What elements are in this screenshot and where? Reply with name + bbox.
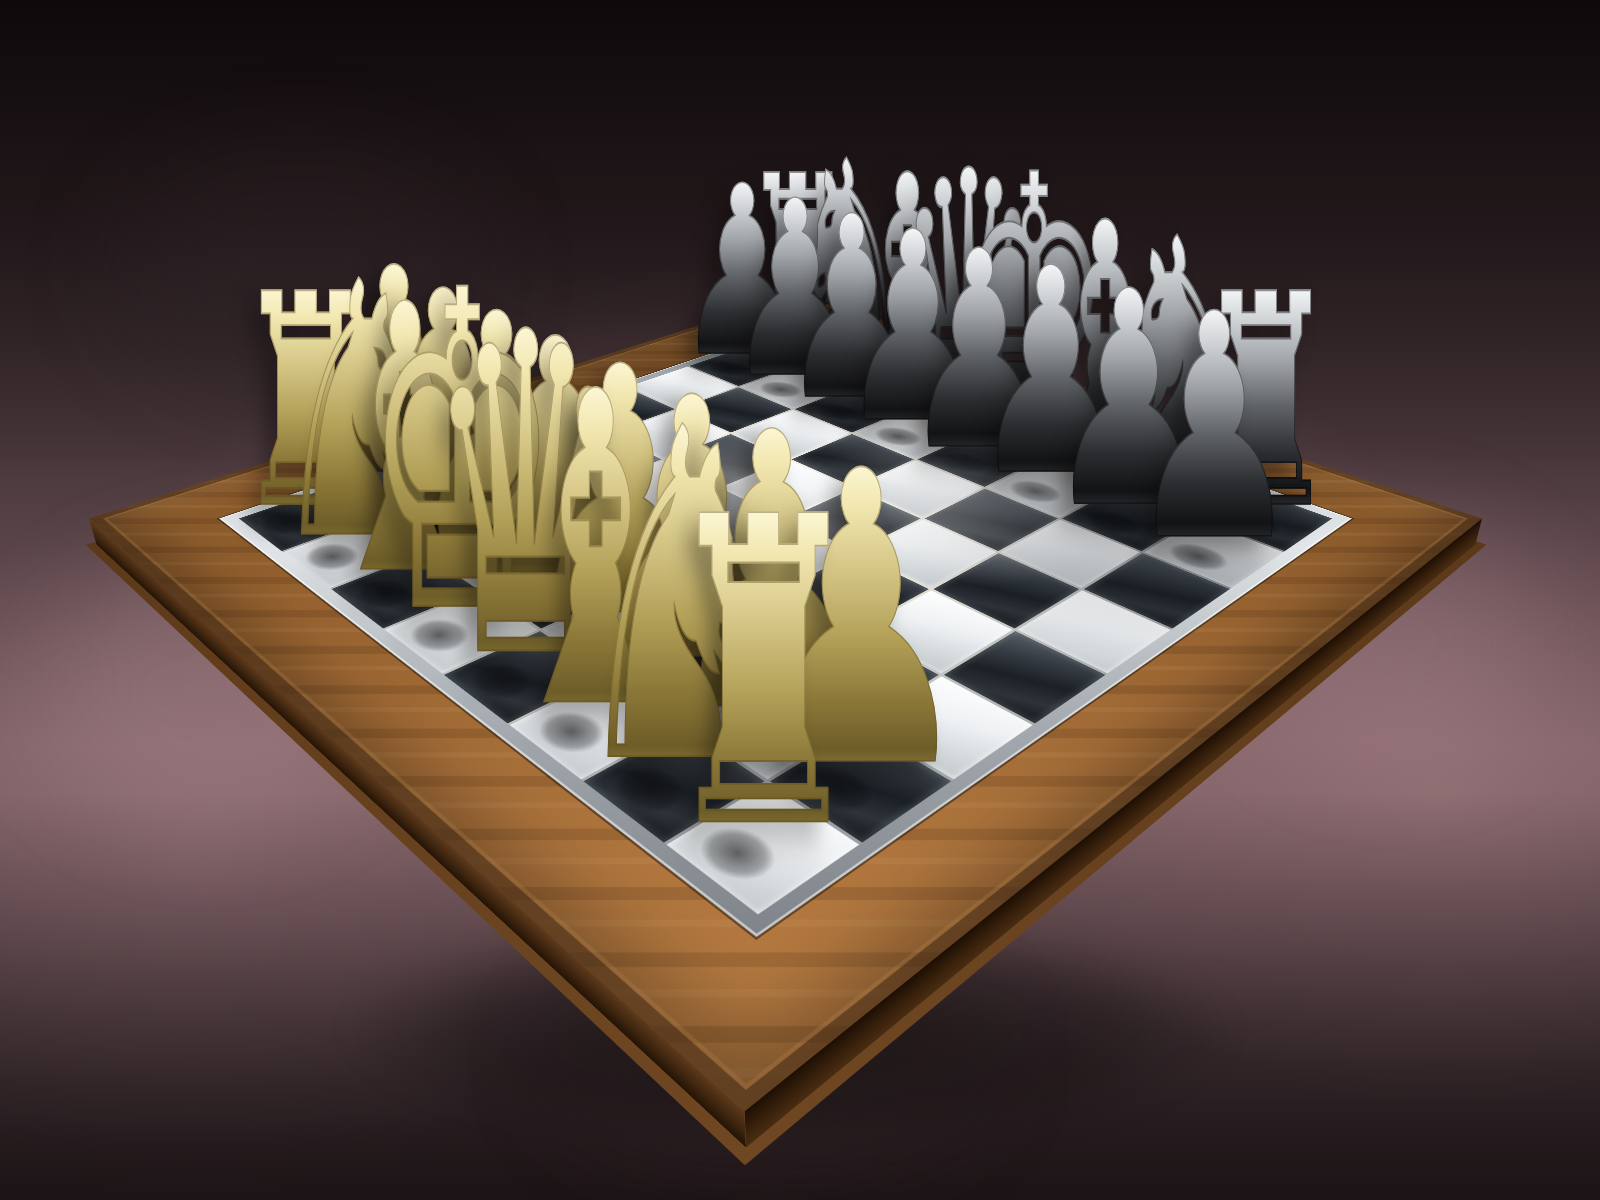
chess-board[interactable] (89, 293, 1482, 1111)
square-e3[interactable] (632, 553, 778, 628)
square-c1[interactable] (331, 553, 477, 628)
square-g2[interactable] (686, 676, 857, 779)
square-d3[interactable] (570, 519, 709, 587)
piece-shadow (771, 747, 905, 833)
piece-shadow (385, 605, 494, 667)
square-d1[interactable] (385, 590, 538, 673)
square-f5[interactable] (857, 519, 996, 587)
square-g5[interactable] (933, 553, 1079, 628)
piece-shadow (427, 532, 527, 583)
piece-shadow (686, 695, 811, 772)
chess-scene (0, 0, 1600, 1200)
square-g3[interactable] (777, 631, 938, 723)
glass-slab (219, 324, 1352, 937)
square-f1[interactable] (510, 676, 681, 779)
piece-shadow (482, 567, 587, 623)
wallpaper-3d-chess: { "game": { "name": "Chess", "presentati… (0, 0, 1600, 1200)
square-h5[interactable] (1017, 590, 1170, 673)
